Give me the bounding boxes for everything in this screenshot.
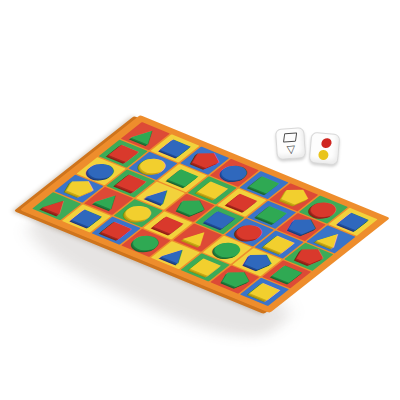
red-dot-face <box>320 137 332 148</box>
blue-triangle-piece[interactable]: ▲ <box>160 243 194 264</box>
yellow-dot-face <box>318 149 329 160</box>
red-triangle-piece[interactable]: ▲ <box>41 195 75 216</box>
scene: ▲■⬟●■⬟●■■●■■■■⬟▲●■▲⬟■●■⬟⬟▲●■▲●⬟■▲■■●▲■⬟■… <box>0 0 400 400</box>
yellow-triangle-piece[interactable]: ▲ <box>182 226 216 247</box>
blue-square-piece[interactable]: ■ <box>336 209 374 231</box>
rectangle-face-icon <box>283 132 297 142</box>
color-die[interactable] <box>309 132 341 165</box>
green-triangle-piece[interactable]: ▲ <box>93 189 127 210</box>
green-triangle-piece[interactable]: ▲ <box>130 124 164 145</box>
triangle-face-icon: ▽ <box>286 143 295 155</box>
shape-die[interactable]: ▽ <box>275 127 306 160</box>
